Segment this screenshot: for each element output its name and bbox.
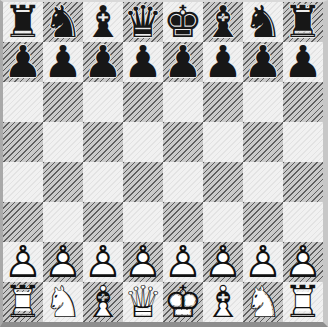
square-h1[interactable]: ♜♖ <box>283 282 323 322</box>
piece-glyph-outline: ♖ <box>3 282 43 322</box>
piece-black-pawn[interactable]: ♟ <box>83 42 123 82</box>
square-e4[interactable] <box>163 162 203 202</box>
piece-black-pawn[interactable]: ♟ <box>283 42 323 82</box>
piece-glyph-fill: ♟ <box>83 42 123 82</box>
piece-glyph-fill: ♟ <box>203 42 243 82</box>
piece-glyph-fill: ♟ <box>163 42 203 82</box>
piece-black-pawn[interactable]: ♟ <box>43 42 83 82</box>
piece-glyph-fill: ♟ <box>123 42 163 82</box>
square-b6[interactable] <box>43 82 83 122</box>
square-d5[interactable] <box>123 122 163 162</box>
piece-black-pawn[interactable]: ♟ <box>203 42 243 82</box>
square-b5[interactable] <box>43 122 83 162</box>
piece-glyph-fill: ♟ <box>283 42 323 82</box>
piece-glyph-outline: ♘ <box>43 282 83 322</box>
square-h7[interactable]: ♟ <box>283 42 323 82</box>
square-f6[interactable] <box>203 82 243 122</box>
square-e5[interactable] <box>163 122 203 162</box>
piece-white-bishop[interactable]: ♝♗ <box>203 282 243 322</box>
square-c6[interactable] <box>83 82 123 122</box>
square-h5[interactable] <box>283 122 323 162</box>
square-a5[interactable] <box>3 122 43 162</box>
piece-white-bishop[interactable]: ♝♗ <box>83 282 123 322</box>
piece-black-pawn[interactable]: ♟ <box>3 42 43 82</box>
square-c4[interactable] <box>83 162 123 202</box>
board-frame: ♜♞♝♛♚♝♞♜♟♟♟♟♟♟♟♟♟♙♟♙♟♙♟♙♟♙♟♙♟♙♟♙♜♖♞♘♝♗♛♕… <box>0 0 328 327</box>
square-g1[interactable]: ♞♘ <box>243 282 283 322</box>
chess-board: ♜♞♝♛♚♝♞♜♟♟♟♟♟♟♟♟♟♙♟♙♟♙♟♙♟♙♟♙♟♙♟♙♜♖♞♘♝♗♛♕… <box>3 2 323 322</box>
piece-white-rook[interactable]: ♜♖ <box>3 282 43 322</box>
piece-white-rook[interactable]: ♜♖ <box>283 282 323 322</box>
square-a6[interactable] <box>3 82 43 122</box>
piece-glyph-outline: ♘ <box>243 282 283 322</box>
piece-glyph-outline: ♗ <box>203 282 243 322</box>
piece-black-pawn[interactable]: ♟ <box>163 42 203 82</box>
square-c7[interactable]: ♟ <box>83 42 123 82</box>
piece-glyph-fill: ♟ <box>3 42 43 82</box>
square-c1[interactable]: ♝♗ <box>83 282 123 322</box>
square-h4[interactable] <box>283 162 323 202</box>
square-e7[interactable]: ♟ <box>163 42 203 82</box>
square-h6[interactable] <box>283 82 323 122</box>
piece-white-knight[interactable]: ♞♘ <box>243 282 283 322</box>
square-d4[interactable] <box>123 162 163 202</box>
square-f1[interactable]: ♝♗ <box>203 282 243 322</box>
square-d6[interactable] <box>123 82 163 122</box>
square-d1[interactable]: ♛♕ <box>123 282 163 322</box>
piece-white-knight[interactable]: ♞♘ <box>43 282 83 322</box>
square-a7[interactable]: ♟ <box>3 42 43 82</box>
square-g7[interactable]: ♟ <box>243 42 283 82</box>
piece-glyph-outline: ♗ <box>83 282 123 322</box>
square-f4[interactable] <box>203 162 243 202</box>
square-g5[interactable] <box>243 122 283 162</box>
piece-white-queen[interactable]: ♛♕ <box>123 282 163 322</box>
piece-glyph-outline: ♔ <box>163 282 203 322</box>
square-a1[interactable]: ♜♖ <box>3 282 43 322</box>
piece-glyph-fill: ♟ <box>243 42 283 82</box>
square-c5[interactable] <box>83 122 123 162</box>
piece-black-pawn[interactable]: ♟ <box>123 42 163 82</box>
square-f7[interactable]: ♟ <box>203 42 243 82</box>
piece-glyph-outline: ♖ <box>283 282 323 322</box>
square-e1[interactable]: ♚♔ <box>163 282 203 322</box>
square-b7[interactable]: ♟ <box>43 42 83 82</box>
square-e6[interactable] <box>163 82 203 122</box>
square-d7[interactable]: ♟ <box>123 42 163 82</box>
piece-white-king[interactable]: ♚♔ <box>163 282 203 322</box>
square-b1[interactable]: ♞♘ <box>43 282 83 322</box>
square-g6[interactable] <box>243 82 283 122</box>
square-b4[interactable] <box>43 162 83 202</box>
piece-glyph-fill: ♟ <box>43 42 83 82</box>
piece-glyph-outline: ♕ <box>123 282 163 322</box>
square-a4[interactable] <box>3 162 43 202</box>
square-f5[interactable] <box>203 122 243 162</box>
square-g4[interactable] <box>243 162 283 202</box>
piece-black-pawn[interactable]: ♟ <box>243 42 283 82</box>
